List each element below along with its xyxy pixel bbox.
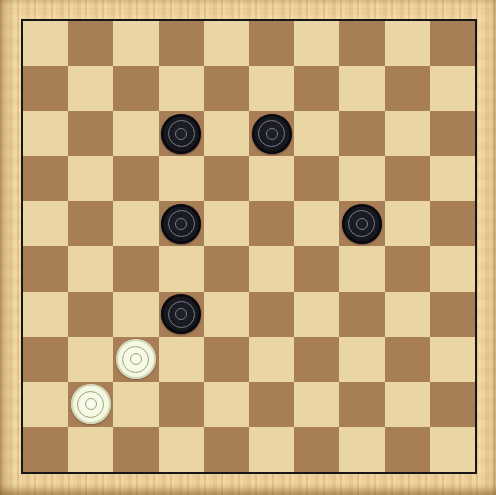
board-square-r1c6[interactable]: [294, 66, 339, 111]
board-square-r7c0[interactable]: [23, 337, 68, 382]
board-square-r3c2[interactable]: [113, 156, 158, 201]
board-square-r6c7[interactable]: [339, 292, 384, 337]
piece-center-circle: [85, 398, 97, 410]
board-square-r9c7: [339, 427, 384, 472]
white-man-piece[interactable]: [116, 339, 156, 379]
board-square-r0c6: [294, 21, 339, 66]
board-square-r2c1[interactable]: [68, 111, 113, 156]
board-square-r5c3: [159, 246, 204, 291]
board-square-r0c8: [385, 21, 430, 66]
piece-groove-ring: [168, 210, 195, 237]
board-square-r1c8[interactable]: [385, 66, 430, 111]
board-square-r2c6: [294, 111, 339, 156]
board-square-r2c4: [204, 111, 249, 156]
board-square-r7c7: [339, 337, 384, 382]
board-square-r8c5[interactable]: [249, 382, 294, 427]
board-square-r5c2[interactable]: [113, 246, 158, 291]
board-square-r5c1: [68, 246, 113, 291]
board-square-r8c3[interactable]: [159, 382, 204, 427]
board-square-r0c9[interactable]: [430, 21, 475, 66]
board-square-r6c9[interactable]: [430, 292, 475, 337]
board-square-r6c8: [385, 292, 430, 337]
board-square-r2c3[interactable]: [159, 111, 204, 156]
board-square-r4c2: [113, 201, 158, 246]
board-square-r4c0: [23, 201, 68, 246]
board-square-r2c5[interactable]: [249, 111, 294, 156]
board-square-r2c8: [385, 111, 430, 156]
board-square-r6c6: [294, 292, 339, 337]
board-square-r8c9[interactable]: [430, 382, 475, 427]
board-square-r5c0[interactable]: [23, 246, 68, 291]
piece-groove-ring: [258, 120, 285, 147]
board-square-r7c2[interactable]: [113, 337, 158, 382]
board-square-r4c6: [294, 201, 339, 246]
board-square-r6c3[interactable]: [159, 292, 204, 337]
board-square-r1c0[interactable]: [23, 66, 68, 111]
board-square-r3c4[interactable]: [204, 156, 249, 201]
black-man-piece[interactable]: [161, 204, 201, 244]
board-square-r5c6[interactable]: [294, 246, 339, 291]
board-square-r9c8[interactable]: [385, 427, 430, 472]
black-man-piece[interactable]: [252, 114, 292, 154]
black-man-piece[interactable]: [161, 294, 201, 334]
board-square-r0c3[interactable]: [159, 21, 204, 66]
board-square-r0c0: [23, 21, 68, 66]
board-square-r9c1: [68, 427, 113, 472]
board-square-r3c5: [249, 156, 294, 201]
board-square-r1c2[interactable]: [113, 66, 158, 111]
board-square-r8c1[interactable]: [68, 382, 113, 427]
board-square-r0c7[interactable]: [339, 21, 384, 66]
board-square-r3c9: [430, 156, 475, 201]
board-square-r1c5: [249, 66, 294, 111]
board-square-r2c7[interactable]: [339, 111, 384, 156]
board-square-r9c0[interactable]: [23, 427, 68, 472]
board-square-r0c4: [204, 21, 249, 66]
screenshot-root: [0, 0, 496, 495]
board-square-r6c0: [23, 292, 68, 337]
board-square-r7c9: [430, 337, 475, 382]
board-square-r5c9: [430, 246, 475, 291]
board-square-r0c5[interactable]: [249, 21, 294, 66]
board-square-r8c0: [23, 382, 68, 427]
board-square-r3c0[interactable]: [23, 156, 68, 201]
board-square-r1c3: [159, 66, 204, 111]
board-square-r8c6: [294, 382, 339, 427]
board-square-r7c8[interactable]: [385, 337, 430, 382]
board-square-r3c7: [339, 156, 384, 201]
board-square-r1c7: [339, 66, 384, 111]
board-square-r7c1: [68, 337, 113, 382]
board-square-r6c2: [113, 292, 158, 337]
board-square-r2c9[interactable]: [430, 111, 475, 156]
black-man-piece[interactable]: [161, 114, 201, 154]
board-square-r4c7[interactable]: [339, 201, 384, 246]
board-square-r6c1[interactable]: [68, 292, 113, 337]
board-square-r8c2: [113, 382, 158, 427]
board-square-r9c2[interactable]: [113, 427, 158, 472]
board-square-r4c1[interactable]: [68, 201, 113, 246]
board-square-r8c4: [204, 382, 249, 427]
board-square-r5c4[interactable]: [204, 246, 249, 291]
board-square-r1c9: [430, 66, 475, 111]
board-square-r3c1: [68, 156, 113, 201]
board-square-r6c5[interactable]: [249, 292, 294, 337]
board-square-r4c3[interactable]: [159, 201, 204, 246]
board-square-r9c6[interactable]: [294, 427, 339, 472]
board-square-r2c2: [113, 111, 158, 156]
board-square-r4c8: [385, 201, 430, 246]
board-square-r9c5: [249, 427, 294, 472]
board-square-r6c4: [204, 292, 249, 337]
board-square-r8c7[interactable]: [339, 382, 384, 427]
board-square-r5c7: [339, 246, 384, 291]
piece-groove-ring: [77, 391, 104, 418]
piece-center-circle: [175, 128, 187, 140]
board-square-r8c8: [385, 382, 430, 427]
board-square-r9c4[interactable]: [204, 427, 249, 472]
piece-groove-ring: [168, 301, 195, 328]
board-square-r7c5: [249, 337, 294, 382]
black-man-piece[interactable]: [342, 204, 382, 244]
white-man-piece[interactable]: [71, 384, 111, 424]
board-square-r4c9[interactable]: [430, 201, 475, 246]
piece-groove-ring: [348, 210, 375, 237]
piece-groove-ring: [122, 346, 149, 373]
piece-groove-ring: [168, 120, 195, 147]
board-square-r0c1[interactable]: [68, 21, 113, 66]
piece-center-circle: [175, 308, 187, 320]
piece-center-circle: [130, 353, 142, 365]
piece-center-circle: [266, 128, 278, 140]
board-square-r7c6[interactable]: [294, 337, 339, 382]
board-square-r7c4[interactable]: [204, 337, 249, 382]
board-square-r0c2: [113, 21, 158, 66]
board-square-r3c8[interactable]: [385, 156, 430, 201]
board-square-r1c4[interactable]: [204, 66, 249, 111]
board-square-r1c1: [68, 66, 113, 111]
board-square-r2c0: [23, 111, 68, 156]
checkers-board: [21, 19, 477, 474]
board-square-r3c6[interactable]: [294, 156, 339, 201]
board-square-r7c3: [159, 337, 204, 382]
piece-center-circle: [356, 218, 368, 230]
board-square-r9c3: [159, 427, 204, 472]
board-square-r5c8[interactable]: [385, 246, 430, 291]
board-square-r3c3: [159, 156, 204, 201]
board-square-r4c5[interactable]: [249, 201, 294, 246]
board-square-r5c5: [249, 246, 294, 291]
board-square-r9c9: [430, 427, 475, 472]
board-square-r4c4: [204, 201, 249, 246]
piece-center-circle: [175, 218, 187, 230]
